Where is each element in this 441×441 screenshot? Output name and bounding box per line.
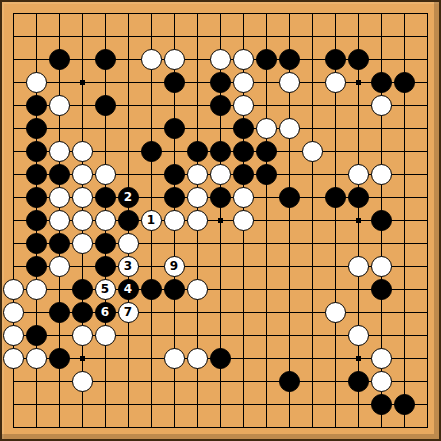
stone-black (279, 371, 300, 392)
stone-white-move-3: 3 (118, 256, 139, 277)
stone-white (141, 49, 162, 70)
go-grid: 21395467 (13, 13, 428, 428)
stone-black (141, 279, 162, 300)
stone-white (72, 371, 93, 392)
stone-black (210, 141, 231, 162)
stone-black (256, 141, 277, 162)
stone-black (49, 233, 70, 254)
stone-black (49, 49, 70, 70)
star-point (80, 80, 85, 85)
stone-black (141, 141, 162, 162)
stone-white (279, 118, 300, 139)
stone-white (72, 187, 93, 208)
stone-white (371, 164, 392, 185)
go-board: 21395467 (0, 0, 441, 441)
stone-white (233, 49, 254, 70)
stone-black (95, 49, 116, 70)
stone-white (187, 279, 208, 300)
stone-white (187, 348, 208, 369)
stone-white (233, 72, 254, 93)
stone-black (348, 187, 369, 208)
stone-black (164, 279, 185, 300)
stone-black (210, 95, 231, 116)
stone-white-move-1: 1 (141, 210, 162, 231)
stone-black (233, 118, 254, 139)
stone-white (118, 233, 139, 254)
stone-white (49, 141, 70, 162)
stone-black (210, 187, 231, 208)
stone-white (279, 72, 300, 93)
stone-white (95, 210, 116, 231)
stone-black (95, 95, 116, 116)
star-point (356, 356, 361, 361)
stone-black (26, 164, 47, 185)
stone-black (26, 233, 47, 254)
stone-white-move-9: 9 (164, 256, 185, 277)
stone-black (72, 279, 93, 300)
stone-black (26, 141, 47, 162)
stone-black (26, 256, 47, 277)
stone-white (210, 164, 231, 185)
stone-black (26, 210, 47, 231)
stone-white (95, 325, 116, 346)
stone-white (348, 325, 369, 346)
stone-black-move-6: 6 (95, 302, 116, 323)
stone-white (72, 141, 93, 162)
stone-white (26, 348, 47, 369)
stone-white (95, 164, 116, 185)
stone-white-move-5: 5 (95, 279, 116, 300)
stone-black-move-4: 4 (118, 279, 139, 300)
stone-white (371, 371, 392, 392)
stone-black (371, 72, 392, 93)
stone-black (233, 141, 254, 162)
stone-white (325, 302, 346, 323)
star-point (356, 80, 361, 85)
star-point (218, 218, 223, 223)
stone-white (233, 187, 254, 208)
stone-white (3, 325, 24, 346)
stone-white (26, 72, 47, 93)
stone-black (72, 302, 93, 323)
stone-black (325, 49, 346, 70)
stone-black (95, 233, 116, 254)
stone-white (233, 95, 254, 116)
stone-white-move-7: 7 (118, 302, 139, 323)
stone-white (3, 302, 24, 323)
stone-black (26, 95, 47, 116)
stone-white (26, 279, 47, 300)
stone-black (371, 394, 392, 415)
stone-black (118, 210, 139, 231)
stone-black (164, 72, 185, 93)
stone-white (256, 118, 277, 139)
stone-black-move-2: 2 (118, 187, 139, 208)
stone-black (49, 164, 70, 185)
stone-white (187, 210, 208, 231)
stone-white (325, 72, 346, 93)
stone-black (210, 348, 231, 369)
stone-white (164, 348, 185, 369)
stone-black (279, 187, 300, 208)
stone-white (72, 164, 93, 185)
stone-black (348, 371, 369, 392)
stone-black (164, 164, 185, 185)
stone-black (233, 164, 254, 185)
stone-black (26, 118, 47, 139)
stone-white (187, 164, 208, 185)
star-point (80, 356, 85, 361)
stone-white (72, 325, 93, 346)
stone-black (164, 187, 185, 208)
stone-white (3, 348, 24, 369)
stone-black (279, 49, 300, 70)
stone-white (371, 348, 392, 369)
stone-black (26, 325, 47, 346)
stone-black (26, 187, 47, 208)
stone-black (348, 49, 369, 70)
stone-black (49, 302, 70, 323)
stone-black (49, 348, 70, 369)
stone-white (348, 164, 369, 185)
stone-white (371, 256, 392, 277)
star-point (356, 218, 361, 223)
stone-black (95, 187, 116, 208)
stone-black (371, 210, 392, 231)
stone-white (302, 141, 323, 162)
stone-white (49, 95, 70, 116)
stone-white (49, 256, 70, 277)
stone-white (49, 187, 70, 208)
stone-black (394, 394, 415, 415)
stone-white (348, 256, 369, 277)
stone-black (371, 279, 392, 300)
stone-white (164, 210, 185, 231)
stone-black (256, 164, 277, 185)
stone-white (164, 49, 185, 70)
stone-black (394, 72, 415, 93)
stone-white (210, 49, 231, 70)
stone-black (256, 49, 277, 70)
stone-white (233, 210, 254, 231)
stone-black (325, 187, 346, 208)
stone-white (72, 233, 93, 254)
stone-black (164, 118, 185, 139)
stone-black (187, 141, 208, 162)
stone-white (3, 279, 24, 300)
stone-white (371, 95, 392, 116)
stone-white (187, 187, 208, 208)
stone-black (210, 72, 231, 93)
stone-black (95, 256, 116, 277)
stone-white (72, 210, 93, 231)
stone-white (49, 210, 70, 231)
